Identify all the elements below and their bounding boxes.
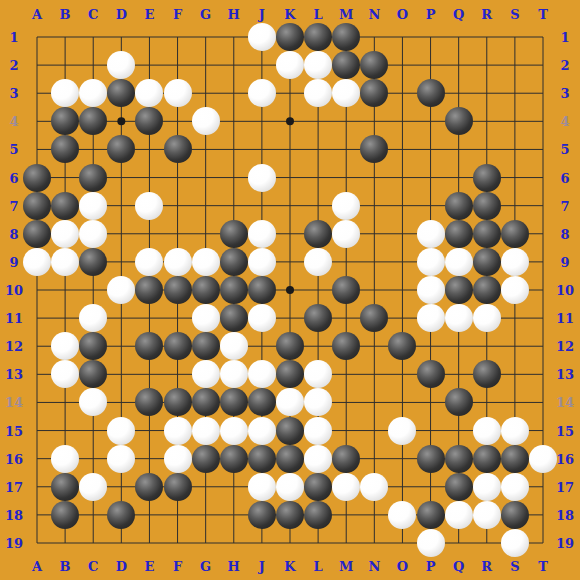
intersection-K1[interactable] bbox=[276, 23, 304, 51]
intersection-M8[interactable] bbox=[332, 220, 360, 248]
intersection-M10[interactable] bbox=[332, 276, 360, 304]
intersection-E17[interactable] bbox=[135, 473, 163, 501]
intersection-D17[interactable] bbox=[107, 473, 135, 501]
intersection-O12[interactable] bbox=[388, 332, 416, 360]
intersection-P3[interactable] bbox=[416, 79, 444, 107]
intersection-O14[interactable] bbox=[388, 388, 416, 416]
intersection-D2[interactable] bbox=[107, 51, 135, 79]
intersection-M4[interactable] bbox=[332, 107, 360, 135]
intersection-F18[interactable] bbox=[163, 501, 191, 529]
intersection-R8[interactable] bbox=[473, 220, 501, 248]
intersection-L16[interactable] bbox=[304, 445, 332, 473]
intersection-A15[interactable] bbox=[23, 416, 51, 444]
intersection-B13[interactable] bbox=[51, 360, 79, 388]
intersection-J2[interactable] bbox=[248, 51, 276, 79]
intersection-C2[interactable] bbox=[79, 51, 107, 79]
intersection-B6[interactable] bbox=[51, 163, 79, 191]
intersection-D8[interactable] bbox=[107, 220, 135, 248]
intersection-N17[interactable] bbox=[360, 473, 388, 501]
intersection-T14[interactable] bbox=[529, 388, 557, 416]
intersection-S10[interactable] bbox=[501, 276, 529, 304]
intersection-P15[interactable] bbox=[416, 416, 444, 444]
intersection-D11[interactable] bbox=[107, 304, 135, 332]
intersection-G18[interactable] bbox=[192, 501, 220, 529]
intersection-K7[interactable] bbox=[276, 192, 304, 220]
intersection-J12[interactable] bbox=[248, 332, 276, 360]
intersection-P5[interactable] bbox=[416, 135, 444, 163]
intersection-C9[interactable] bbox=[79, 248, 107, 276]
intersection-A1[interactable] bbox=[23, 23, 51, 51]
intersection-B15[interactable] bbox=[51, 416, 79, 444]
intersection-R12[interactable] bbox=[473, 332, 501, 360]
intersection-T6[interactable] bbox=[529, 163, 557, 191]
intersection-B1[interactable] bbox=[51, 23, 79, 51]
intersection-L13[interactable] bbox=[304, 360, 332, 388]
intersection-Q11[interactable] bbox=[445, 304, 473, 332]
intersection-K6[interactable] bbox=[276, 163, 304, 191]
intersection-E19[interactable] bbox=[135, 529, 163, 557]
intersection-A10[interactable] bbox=[23, 276, 51, 304]
intersection-P4[interactable] bbox=[416, 107, 444, 135]
intersection-G14[interactable] bbox=[192, 388, 220, 416]
intersection-F5[interactable] bbox=[163, 135, 191, 163]
intersection-D14[interactable] bbox=[107, 388, 135, 416]
intersection-F16[interactable] bbox=[163, 445, 191, 473]
intersection-K12[interactable] bbox=[276, 332, 304, 360]
intersection-G13[interactable] bbox=[192, 360, 220, 388]
intersection-J9[interactable] bbox=[248, 248, 276, 276]
intersection-P10[interactable] bbox=[416, 276, 444, 304]
intersection-H6[interactable] bbox=[220, 163, 248, 191]
intersection-H13[interactable] bbox=[220, 360, 248, 388]
intersection-L8[interactable] bbox=[304, 220, 332, 248]
intersection-H9[interactable] bbox=[220, 248, 248, 276]
intersection-S14[interactable] bbox=[501, 388, 529, 416]
intersection-N4[interactable] bbox=[360, 107, 388, 135]
intersection-D13[interactable] bbox=[107, 360, 135, 388]
intersection-S7[interactable] bbox=[501, 192, 529, 220]
intersection-N12[interactable] bbox=[360, 332, 388, 360]
intersection-H19[interactable] bbox=[220, 529, 248, 557]
intersection-M18[interactable] bbox=[332, 501, 360, 529]
intersection-M15[interactable] bbox=[332, 416, 360, 444]
intersection-N2[interactable] bbox=[360, 51, 388, 79]
intersection-M9[interactable] bbox=[332, 248, 360, 276]
intersection-O15[interactable] bbox=[388, 416, 416, 444]
intersection-F2[interactable] bbox=[163, 51, 191, 79]
intersection-G12[interactable] bbox=[192, 332, 220, 360]
intersection-C14[interactable] bbox=[79, 388, 107, 416]
intersection-N15[interactable] bbox=[360, 416, 388, 444]
intersection-A2[interactable] bbox=[23, 51, 51, 79]
intersection-L9[interactable] bbox=[304, 248, 332, 276]
intersection-A16[interactable] bbox=[23, 445, 51, 473]
intersection-S3[interactable] bbox=[501, 79, 529, 107]
intersection-A18[interactable] bbox=[23, 501, 51, 529]
intersection-O7[interactable] bbox=[388, 192, 416, 220]
intersection-A7[interactable] bbox=[23, 192, 51, 220]
intersection-R5[interactable] bbox=[473, 135, 501, 163]
intersection-J13[interactable] bbox=[248, 360, 276, 388]
intersection-A11[interactable] bbox=[23, 304, 51, 332]
intersection-O13[interactable] bbox=[388, 360, 416, 388]
intersection-C15[interactable] bbox=[79, 416, 107, 444]
intersection-G4[interactable] bbox=[192, 107, 220, 135]
intersection-Q12[interactable] bbox=[445, 332, 473, 360]
intersection-E15[interactable] bbox=[135, 416, 163, 444]
intersection-A5[interactable] bbox=[23, 135, 51, 163]
intersection-S13[interactable] bbox=[501, 360, 529, 388]
intersection-P8[interactable] bbox=[416, 220, 444, 248]
intersection-T11[interactable] bbox=[529, 304, 557, 332]
intersection-J10[interactable] bbox=[248, 276, 276, 304]
intersection-G2[interactable] bbox=[192, 51, 220, 79]
intersection-O5[interactable] bbox=[388, 135, 416, 163]
intersection-S17[interactable] bbox=[501, 473, 529, 501]
intersection-B11[interactable] bbox=[51, 304, 79, 332]
intersection-G9[interactable] bbox=[192, 248, 220, 276]
intersection-P2[interactable] bbox=[416, 51, 444, 79]
intersection-E5[interactable] bbox=[135, 135, 163, 163]
intersection-L17[interactable] bbox=[304, 473, 332, 501]
intersection-P18[interactable] bbox=[416, 501, 444, 529]
intersection-S11[interactable] bbox=[501, 304, 529, 332]
intersection-Q18[interactable] bbox=[445, 501, 473, 529]
intersection-G16[interactable] bbox=[192, 445, 220, 473]
intersection-S12[interactable] bbox=[501, 332, 529, 360]
intersection-B2[interactable] bbox=[51, 51, 79, 79]
intersection-M6[interactable] bbox=[332, 163, 360, 191]
intersection-D7[interactable] bbox=[107, 192, 135, 220]
intersection-A14[interactable] bbox=[23, 388, 51, 416]
intersection-D1[interactable] bbox=[107, 23, 135, 51]
intersection-R9[interactable] bbox=[473, 248, 501, 276]
intersection-Q10[interactable] bbox=[445, 276, 473, 304]
intersection-T9[interactable] bbox=[529, 248, 557, 276]
intersection-N5[interactable] bbox=[360, 135, 388, 163]
intersection-H7[interactable] bbox=[220, 192, 248, 220]
intersection-S18[interactable] bbox=[501, 501, 529, 529]
intersection-J16[interactable] bbox=[248, 445, 276, 473]
intersection-T3[interactable] bbox=[529, 79, 557, 107]
intersection-R15[interactable] bbox=[473, 416, 501, 444]
intersection-T17[interactable] bbox=[529, 473, 557, 501]
intersection-A19[interactable] bbox=[23, 529, 51, 557]
intersection-R3[interactable] bbox=[473, 79, 501, 107]
intersection-A9[interactable] bbox=[23, 248, 51, 276]
intersection-A3[interactable] bbox=[23, 79, 51, 107]
intersection-E16[interactable] bbox=[135, 445, 163, 473]
intersection-J17[interactable] bbox=[248, 473, 276, 501]
intersection-M19[interactable] bbox=[332, 529, 360, 557]
intersection-T2[interactable] bbox=[529, 51, 557, 79]
intersection-J18[interactable] bbox=[248, 501, 276, 529]
intersection-F14[interactable] bbox=[163, 388, 191, 416]
intersection-F6[interactable] bbox=[163, 163, 191, 191]
intersection-O11[interactable] bbox=[388, 304, 416, 332]
intersection-M3[interactable] bbox=[332, 79, 360, 107]
intersection-T4[interactable] bbox=[529, 107, 557, 135]
intersection-J11[interactable] bbox=[248, 304, 276, 332]
intersection-F11[interactable] bbox=[163, 304, 191, 332]
intersection-M2[interactable] bbox=[332, 51, 360, 79]
intersection-A6[interactable] bbox=[23, 163, 51, 191]
intersection-C11[interactable] bbox=[79, 304, 107, 332]
intersection-J15[interactable] bbox=[248, 416, 276, 444]
intersection-H2[interactable] bbox=[220, 51, 248, 79]
intersection-P12[interactable] bbox=[416, 332, 444, 360]
intersection-L14[interactable] bbox=[304, 388, 332, 416]
intersection-H8[interactable] bbox=[220, 220, 248, 248]
intersection-B4[interactable] bbox=[51, 107, 79, 135]
intersection-C6[interactable] bbox=[79, 163, 107, 191]
intersection-C17[interactable] bbox=[79, 473, 107, 501]
intersection-N11[interactable] bbox=[360, 304, 388, 332]
intersection-Q14[interactable] bbox=[445, 388, 473, 416]
intersection-D10[interactable] bbox=[107, 276, 135, 304]
intersection-R10[interactable] bbox=[473, 276, 501, 304]
intersection-P16[interactable] bbox=[416, 445, 444, 473]
intersection-H17[interactable] bbox=[220, 473, 248, 501]
intersection-H18[interactable] bbox=[220, 501, 248, 529]
intersection-L4[interactable] bbox=[304, 107, 332, 135]
intersection-H12[interactable] bbox=[220, 332, 248, 360]
intersection-O6[interactable] bbox=[388, 163, 416, 191]
intersection-F8[interactable] bbox=[163, 220, 191, 248]
intersection-K10[interactable] bbox=[276, 276, 304, 304]
intersection-T7[interactable] bbox=[529, 192, 557, 220]
intersection-C1[interactable] bbox=[79, 23, 107, 51]
intersection-R16[interactable] bbox=[473, 445, 501, 473]
intersection-J14[interactable] bbox=[248, 388, 276, 416]
intersection-E7[interactable] bbox=[135, 192, 163, 220]
intersection-O17[interactable] bbox=[388, 473, 416, 501]
intersection-H1[interactable] bbox=[220, 23, 248, 51]
intersection-E14[interactable] bbox=[135, 388, 163, 416]
intersection-C8[interactable] bbox=[79, 220, 107, 248]
intersection-P6[interactable] bbox=[416, 163, 444, 191]
intersection-B7[interactable] bbox=[51, 192, 79, 220]
intersection-C3[interactable] bbox=[79, 79, 107, 107]
intersection-H14[interactable] bbox=[220, 388, 248, 416]
intersection-N6[interactable] bbox=[360, 163, 388, 191]
intersection-S2[interactable] bbox=[501, 51, 529, 79]
intersection-Q7[interactable] bbox=[445, 192, 473, 220]
intersection-K9[interactable] bbox=[276, 248, 304, 276]
intersection-A17[interactable] bbox=[23, 473, 51, 501]
intersection-L5[interactable] bbox=[304, 135, 332, 163]
intersection-R7[interactable] bbox=[473, 192, 501, 220]
intersection-C13[interactable] bbox=[79, 360, 107, 388]
intersection-D15[interactable] bbox=[107, 416, 135, 444]
intersection-C18[interactable] bbox=[79, 501, 107, 529]
intersection-D16[interactable] bbox=[107, 445, 135, 473]
intersection-B17[interactable] bbox=[51, 473, 79, 501]
intersection-G15[interactable] bbox=[192, 416, 220, 444]
intersection-B16[interactable] bbox=[51, 445, 79, 473]
intersection-F12[interactable] bbox=[163, 332, 191, 360]
intersection-S1[interactable] bbox=[501, 23, 529, 51]
intersection-H16[interactable] bbox=[220, 445, 248, 473]
intersection-T1[interactable] bbox=[529, 23, 557, 51]
intersection-O16[interactable] bbox=[388, 445, 416, 473]
intersection-B5[interactable] bbox=[51, 135, 79, 163]
intersection-Q2[interactable] bbox=[445, 51, 473, 79]
intersection-B3[interactable] bbox=[51, 79, 79, 107]
intersection-G3[interactable] bbox=[192, 79, 220, 107]
intersection-T10[interactable] bbox=[529, 276, 557, 304]
intersection-M1[interactable] bbox=[332, 23, 360, 51]
intersection-Q15[interactable] bbox=[445, 416, 473, 444]
intersection-Q17[interactable] bbox=[445, 473, 473, 501]
intersection-P19[interactable] bbox=[416, 529, 444, 557]
intersection-D4[interactable] bbox=[107, 107, 135, 135]
intersection-L1[interactable] bbox=[304, 23, 332, 51]
intersection-P11[interactable] bbox=[416, 304, 444, 332]
intersection-C5[interactable] bbox=[79, 135, 107, 163]
intersection-S6[interactable] bbox=[501, 163, 529, 191]
intersection-M5[interactable] bbox=[332, 135, 360, 163]
intersection-E3[interactable] bbox=[135, 79, 163, 107]
intersection-K18[interactable] bbox=[276, 501, 304, 529]
intersection-L2[interactable] bbox=[304, 51, 332, 79]
intersection-K13[interactable] bbox=[276, 360, 304, 388]
intersection-C12[interactable] bbox=[79, 332, 107, 360]
intersection-B10[interactable] bbox=[51, 276, 79, 304]
intersection-S4[interactable] bbox=[501, 107, 529, 135]
intersection-R1[interactable] bbox=[473, 23, 501, 51]
intersection-T16[interactable] bbox=[529, 445, 557, 473]
intersection-T19[interactable] bbox=[529, 529, 557, 557]
intersection-L12[interactable] bbox=[304, 332, 332, 360]
intersection-E10[interactable] bbox=[135, 276, 163, 304]
intersection-N1[interactable] bbox=[360, 23, 388, 51]
intersection-O3[interactable] bbox=[388, 79, 416, 107]
intersection-H15[interactable] bbox=[220, 416, 248, 444]
intersection-Q1[interactable] bbox=[445, 23, 473, 51]
intersection-N18[interactable] bbox=[360, 501, 388, 529]
intersection-B9[interactable] bbox=[51, 248, 79, 276]
intersection-J5[interactable] bbox=[248, 135, 276, 163]
intersection-J3[interactable] bbox=[248, 79, 276, 107]
intersection-L10[interactable] bbox=[304, 276, 332, 304]
intersection-L7[interactable] bbox=[304, 192, 332, 220]
intersection-H10[interactable] bbox=[220, 276, 248, 304]
intersection-S16[interactable] bbox=[501, 445, 529, 473]
intersection-C16[interactable] bbox=[79, 445, 107, 473]
intersection-J1[interactable] bbox=[248, 23, 276, 51]
intersection-D12[interactable] bbox=[107, 332, 135, 360]
intersection-G6[interactable] bbox=[192, 163, 220, 191]
intersection-S15[interactable] bbox=[501, 416, 529, 444]
intersection-O18[interactable] bbox=[388, 501, 416, 529]
intersection-K8[interactable] bbox=[276, 220, 304, 248]
intersection-C7[interactable] bbox=[79, 192, 107, 220]
intersection-K19[interactable] bbox=[276, 529, 304, 557]
intersection-T8[interactable] bbox=[529, 220, 557, 248]
intersection-D6[interactable] bbox=[107, 163, 135, 191]
intersection-D9[interactable] bbox=[107, 248, 135, 276]
intersection-M17[interactable] bbox=[332, 473, 360, 501]
intersection-K3[interactable] bbox=[276, 79, 304, 107]
intersection-B14[interactable] bbox=[51, 388, 79, 416]
intersection-D5[interactable] bbox=[107, 135, 135, 163]
intersection-C10[interactable] bbox=[79, 276, 107, 304]
intersection-Q16[interactable] bbox=[445, 445, 473, 473]
intersection-S19[interactable] bbox=[501, 529, 529, 557]
intersection-J4[interactable] bbox=[248, 107, 276, 135]
intersection-D3[interactable] bbox=[107, 79, 135, 107]
intersection-E4[interactable] bbox=[135, 107, 163, 135]
intersection-P7[interactable] bbox=[416, 192, 444, 220]
intersection-P1[interactable] bbox=[416, 23, 444, 51]
intersection-H5[interactable] bbox=[220, 135, 248, 163]
intersection-M13[interactable] bbox=[332, 360, 360, 388]
intersection-O9[interactable] bbox=[388, 248, 416, 276]
intersection-F17[interactable] bbox=[163, 473, 191, 501]
intersection-S5[interactable] bbox=[501, 135, 529, 163]
intersection-F13[interactable] bbox=[163, 360, 191, 388]
intersection-B19[interactable] bbox=[51, 529, 79, 557]
intersection-J19[interactable] bbox=[248, 529, 276, 557]
intersection-H4[interactable] bbox=[220, 107, 248, 135]
intersection-F1[interactable] bbox=[163, 23, 191, 51]
intersection-K2[interactable] bbox=[276, 51, 304, 79]
intersection-R13[interactable] bbox=[473, 360, 501, 388]
intersection-R6[interactable] bbox=[473, 163, 501, 191]
intersection-O19[interactable] bbox=[388, 529, 416, 557]
intersection-G5[interactable] bbox=[192, 135, 220, 163]
intersection-K14[interactable] bbox=[276, 388, 304, 416]
intersection-J8[interactable] bbox=[248, 220, 276, 248]
intersection-T13[interactable] bbox=[529, 360, 557, 388]
intersection-E13[interactable] bbox=[135, 360, 163, 388]
intersection-L6[interactable] bbox=[304, 163, 332, 191]
intersection-K17[interactable] bbox=[276, 473, 304, 501]
intersection-N8[interactable] bbox=[360, 220, 388, 248]
intersection-L19[interactable] bbox=[304, 529, 332, 557]
intersection-M14[interactable] bbox=[332, 388, 360, 416]
intersection-T5[interactable] bbox=[529, 135, 557, 163]
intersection-M16[interactable] bbox=[332, 445, 360, 473]
intersection-P17[interactable] bbox=[416, 473, 444, 501]
intersection-J7[interactable] bbox=[248, 192, 276, 220]
intersection-D18[interactable] bbox=[107, 501, 135, 529]
intersection-R17[interactable] bbox=[473, 473, 501, 501]
intersection-R19[interactable] bbox=[473, 529, 501, 557]
intersection-K5[interactable] bbox=[276, 135, 304, 163]
intersection-E9[interactable] bbox=[135, 248, 163, 276]
intersection-C4[interactable] bbox=[79, 107, 107, 135]
intersection-B8[interactable] bbox=[51, 220, 79, 248]
intersection-F3[interactable] bbox=[163, 79, 191, 107]
intersection-N10[interactable] bbox=[360, 276, 388, 304]
intersection-H3[interactable] bbox=[220, 79, 248, 107]
intersection-F4[interactable] bbox=[163, 107, 191, 135]
intersection-J6[interactable] bbox=[248, 163, 276, 191]
intersection-F9[interactable] bbox=[163, 248, 191, 276]
intersection-O2[interactable] bbox=[388, 51, 416, 79]
intersection-H11[interactable] bbox=[220, 304, 248, 332]
intersection-Q6[interactable] bbox=[445, 163, 473, 191]
intersection-E18[interactable] bbox=[135, 501, 163, 529]
intersection-N7[interactable] bbox=[360, 192, 388, 220]
intersection-F7[interactable] bbox=[163, 192, 191, 220]
intersection-E1[interactable] bbox=[135, 23, 163, 51]
intersection-Q9[interactable] bbox=[445, 248, 473, 276]
intersection-R18[interactable] bbox=[473, 501, 501, 529]
intersection-S8[interactable] bbox=[501, 220, 529, 248]
